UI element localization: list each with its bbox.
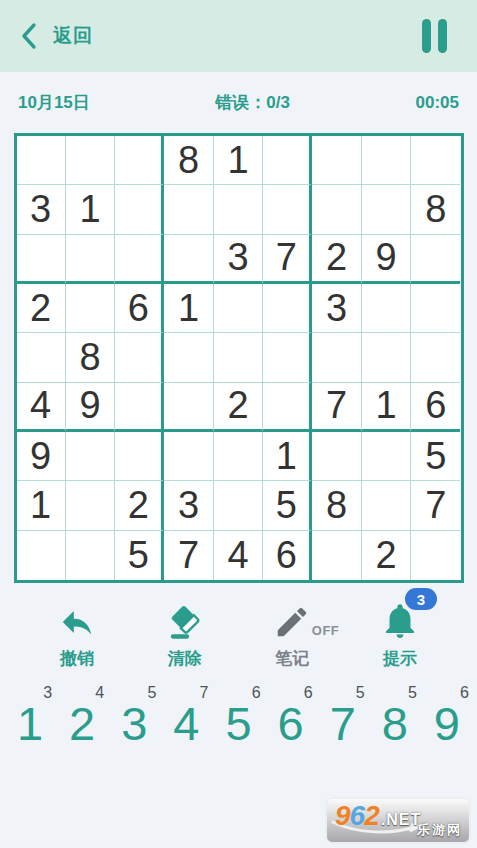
cell-r6c3[interactable] (115, 383, 164, 432)
numpad: 314253746566575869 (0, 684, 477, 760)
numpad-remaining-count: 7 (200, 684, 209, 702)
pencil-icon (273, 597, 311, 641)
numpad-7[interactable]: 57 (317, 684, 369, 760)
cell-r7c3[interactable] (115, 432, 164, 481)
notes-button[interactable]: OFF 笔记 (249, 597, 335, 670)
numpad-digit: 5 (225, 697, 251, 750)
cell-r1c1[interactable] (17, 136, 66, 185)
cell-r5c3[interactable] (115, 333, 164, 382)
cell-r6c8[interactable]: 1 (362, 383, 411, 432)
cell-r6c7[interactable]: 7 (312, 383, 361, 432)
cell-r2c2[interactable]: 1 (66, 185, 115, 234)
numpad-remaining-count: 6 (252, 684, 261, 702)
cell-r2c1[interactable]: 3 (17, 185, 66, 234)
cell-r4c2[interactable] (66, 284, 115, 333)
cell-r3c3[interactable] (115, 235, 164, 284)
eraser-icon (164, 597, 206, 641)
cell-r6c1[interactable]: 4 (17, 383, 66, 432)
cell-r9c1[interactable] (17, 531, 66, 580)
numpad-digit: 9 (434, 697, 460, 750)
undo-icon (57, 597, 97, 641)
hint-label: 提示 (383, 647, 417, 670)
numpad-digit: 4 (173, 697, 199, 750)
numpad-4[interactable]: 74 (160, 684, 212, 760)
cell-r3c8[interactable]: 9 (362, 235, 411, 284)
hint-button[interactable]: 3 提示 (357, 597, 443, 670)
cell-r5c4[interactable] (164, 333, 213, 382)
notes-label: 笔记 (275, 647, 309, 670)
cell-r9c3[interactable]: 5 (115, 531, 164, 580)
cell-r5c2[interactable]: 8 (66, 333, 115, 382)
hint-count-badge: 3 (405, 588, 437, 610)
top-bar: 返回 (0, 0, 477, 72)
cell-r6c6[interactable] (263, 383, 312, 432)
numpad-3[interactable]: 53 (108, 684, 160, 760)
cell-r7c9[interactable]: 5 (411, 432, 460, 481)
cell-r7c5[interactable] (214, 432, 263, 481)
timer-label: 00:05 (416, 93, 459, 113)
cell-r2c3[interactable] (115, 185, 164, 234)
numpad-5[interactable]: 65 (212, 684, 264, 760)
cell-r5c6[interactable] (263, 333, 312, 382)
cell-r2c4[interactable] (164, 185, 213, 234)
cell-r1c2[interactable] (66, 136, 115, 185)
cell-r1c9[interactable] (411, 136, 460, 185)
erase-button[interactable]: 清除 (142, 597, 228, 670)
back-label: 返回 (53, 23, 93, 49)
cell-r2c5[interactable] (214, 185, 263, 234)
numpad-digit: 3 (121, 697, 147, 750)
sudoku-board: 8131837292613849271691512358757462 (14, 133, 464, 583)
numpad-digit: 8 (382, 697, 408, 750)
cell-r3c5[interactable]: 3 (214, 235, 263, 284)
cell-r5c5[interactable] (214, 333, 263, 382)
cell-r5c1[interactable] (17, 333, 66, 382)
cell-r4c6[interactable] (263, 284, 312, 333)
toolbar: 撤销 清除 OFF 笔记 (0, 597, 477, 670)
numpad-remaining-count: 5 (408, 684, 417, 702)
cell-r8c1[interactable]: 1 (17, 481, 66, 530)
numpad-digit: 2 (69, 697, 95, 750)
cell-r7c6[interactable]: 1 (263, 432, 312, 481)
cell-r9c8[interactable]: 2 (362, 531, 411, 580)
watermark-site: 962 .NET (335, 800, 421, 832)
undo-button[interactable]: 撤销 (34, 597, 120, 670)
numpad-digit: 1 (17, 697, 43, 750)
cell-r8c6[interactable]: 5 (263, 481, 312, 530)
numpad-digit: 6 (278, 697, 304, 750)
numpad-8[interactable]: 58 (369, 684, 421, 760)
cell-r4c4[interactable]: 1 (164, 284, 213, 333)
cell-r1c6[interactable] (263, 136, 312, 185)
cell-r8c2[interactable] (66, 481, 115, 530)
cell-r4c5[interactable] (214, 284, 263, 333)
cell-r2c9[interactable]: 8 (411, 185, 460, 234)
cell-r7c2[interactable] (66, 432, 115, 481)
numpad-remaining-count: 5 (356, 684, 365, 702)
cell-r2c7[interactable] (312, 185, 361, 234)
cell-r7c4[interactable] (164, 432, 213, 481)
cell-r6c5[interactable]: 2 (214, 383, 263, 432)
cell-r8c9[interactable]: 7 (411, 481, 460, 530)
cell-r6c9[interactable]: 6 (411, 383, 460, 432)
watermark-tld: .NET (381, 811, 421, 829)
cell-r8c3[interactable]: 2 (115, 481, 164, 530)
sudoku-app: 返回 10月15日 错误：0/3 00:05 81318372926138492… (0, 0, 477, 848)
cell-r7c1[interactable]: 9 (17, 432, 66, 481)
cell-r3c7[interactable]: 2 (312, 235, 361, 284)
errors-label: 错误：0/3 (215, 91, 290, 114)
numpad-2[interactable]: 42 (56, 684, 108, 760)
cell-r4c1[interactable]: 2 (17, 284, 66, 333)
cell-r8c4[interactable]: 3 (164, 481, 213, 530)
erase-label: 清除 (168, 647, 202, 670)
cell-r4c9[interactable] (411, 284, 460, 333)
numpad-remaining-count: 4 (95, 684, 104, 702)
pause-icon (438, 19, 447, 53)
cell-r3c1[interactable] (17, 235, 66, 284)
cell-r9c2[interactable] (66, 531, 115, 580)
numpad-digit: 7 (330, 697, 356, 750)
watermark-name: 乐游网 (417, 821, 462, 839)
cell-r6c2[interactable]: 9 (66, 383, 115, 432)
numpad-remaining-count: 3 (43, 684, 52, 702)
cell-r1c5[interactable]: 1 (214, 136, 263, 185)
cell-r1c8[interactable] (362, 136, 411, 185)
cell-r9c4[interactable]: 7 (164, 531, 213, 580)
numpad-1[interactable]: 31 (4, 684, 56, 760)
cell-r1c3[interactable] (115, 136, 164, 185)
cell-r1c7[interactable] (312, 136, 361, 185)
back-button[interactable]: 返回 (0, 22, 93, 50)
pause-button[interactable] (422, 19, 447, 53)
cell-r8c5[interactable] (214, 481, 263, 530)
back-chevron-icon (20, 22, 38, 50)
undo-label: 撤销 (60, 647, 94, 670)
cell-r8c8[interactable] (362, 481, 411, 530)
numpad-remaining-count: 5 (147, 684, 156, 702)
numpad-remaining-count: 6 (460, 684, 469, 702)
cell-r9c6[interactable]: 6 (263, 531, 312, 580)
date-label: 10月15日 (18, 91, 90, 114)
status-bar: 10月15日 错误：0/3 00:05 (0, 72, 477, 133)
pause-icon (422, 19, 431, 53)
watermark-number: 962 (335, 800, 379, 832)
cell-r9c9[interactable] (411, 531, 460, 580)
numpad-6[interactable]: 66 (265, 684, 317, 760)
cell-r6c4[interactable] (164, 383, 213, 432)
cell-r3c4[interactable] (164, 235, 213, 284)
notes-state-badge: OFF (312, 623, 340, 638)
cell-r5c9[interactable] (411, 333, 460, 382)
cell-r3c9[interactable] (411, 235, 460, 284)
cell-r5c8[interactable] (362, 333, 411, 382)
cell-r4c3[interactable]: 6 (115, 284, 164, 333)
cell-r4c8[interactable] (362, 284, 411, 333)
cell-r1c4[interactable]: 8 (164, 136, 213, 185)
cell-r3c2[interactable] (66, 235, 115, 284)
cell-r4c7[interactable]: 3 (312, 284, 361, 333)
cell-r2c8[interactable] (362, 185, 411, 234)
cell-r7c8[interactable] (362, 432, 411, 481)
cell-r3c6[interactable]: 7 (263, 235, 312, 284)
cell-r7c7[interactable] (312, 432, 361, 481)
cell-r2c6[interactable] (263, 185, 312, 234)
cell-r8c7[interactable]: 8 (312, 481, 361, 530)
cell-r9c5[interactable]: 4 (214, 531, 263, 580)
site-watermark: 962 .NET 乐游网 (325, 797, 471, 844)
numpad-9[interactable]: 69 (421, 684, 473, 760)
numpad-remaining-count: 6 (304, 684, 313, 702)
cell-r5c7[interactable] (312, 333, 361, 382)
cell-r9c7[interactable] (312, 531, 361, 580)
